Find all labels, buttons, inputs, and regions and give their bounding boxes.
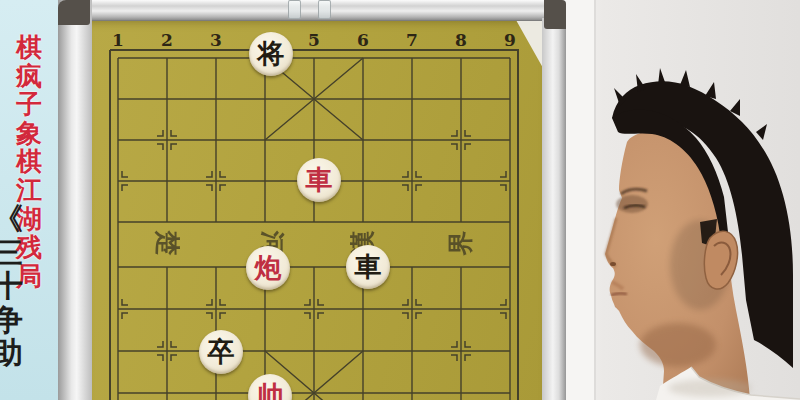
banner-subtitle-char-5: 助 — [0, 336, 28, 369]
nostril — [610, 262, 616, 266]
frame-corner-cap-left — [58, 0, 90, 25]
board-clip-left — [288, 0, 301, 19]
banner-title-char-5: 棋 — [9, 147, 49, 175]
collar-shadow — [668, 379, 752, 397]
column-label-8: 8 — [451, 30, 471, 50]
banner-title-char-6: 江 — [9, 176, 49, 204]
left-banner: 棋疯子象棋江湖残局 《三十争助 — [0, 0, 58, 400]
banner-subtitle-char-3: 十 — [0, 269, 28, 302]
piece-black-general: 将 — [249, 32, 293, 76]
frame-corner-cap-right — [544, 0, 566, 29]
whiteboard-frame-top — [58, 0, 566, 21]
column-label-6: 6 — [353, 30, 373, 50]
column-label-5: 5 — [304, 30, 324, 50]
banner-title-char-4: 象 — [9, 119, 49, 147]
banner-subtitle-char-2: 三 — [0, 236, 28, 269]
banner-subtitle-char-1: 《 — [0, 202, 28, 235]
board-clip-right — [318, 0, 331, 19]
river-char-1: 楚 — [153, 229, 181, 257]
column-label-3: 3 — [206, 30, 226, 50]
column-label-1: 1 — [108, 30, 128, 50]
presenter — [560, 0, 800, 400]
piece-red-chariot: 車 — [297, 158, 341, 202]
column-label-2: 2 — [157, 30, 177, 50]
whiteboard-frame-right — [542, 18, 566, 400]
jaw-shadow — [640, 323, 716, 367]
column-label-9: 9 — [500, 30, 520, 50]
whiteboard-frame-left — [58, 0, 92, 400]
banner-title-char-3: 子 — [9, 90, 49, 118]
piece-red-cannon: 炮 — [246, 246, 290, 290]
piece-black-pawn: 卒 — [199, 330, 243, 374]
piece-black-chariot: 車 — [346, 245, 390, 289]
column-label-7: 7 — [402, 30, 422, 50]
video-frame: 棋疯子象棋江湖残局 《三十争助 — [0, 0, 800, 400]
banner-title-char-2: 疯 — [9, 62, 49, 90]
xiangqi-board-sheet: 123456789 楚河漢界 将車炮車卒帅 — [90, 20, 543, 400]
banner-title-char-1: 棋 — [9, 33, 49, 61]
river-char-4: 界 — [447, 229, 475, 257]
board-grid — [90, 20, 543, 400]
brow-shade — [616, 195, 648, 213]
banner-subtitle-char-4: 争 — [0, 303, 28, 336]
